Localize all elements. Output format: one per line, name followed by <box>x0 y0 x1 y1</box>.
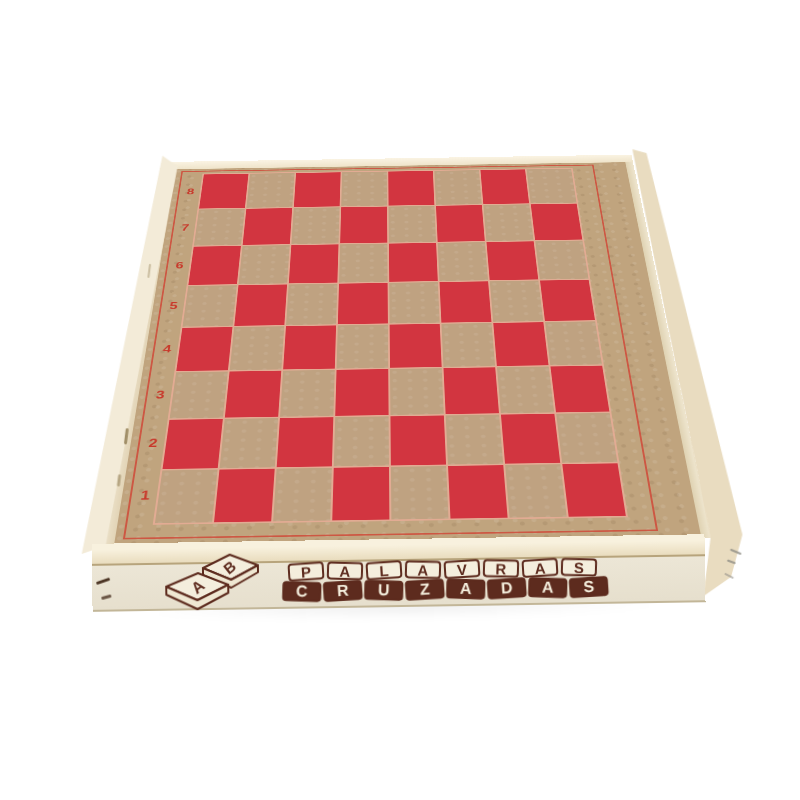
square-e8 <box>388 171 434 206</box>
square-d5 <box>338 283 388 324</box>
letter-tile-r: R <box>483 559 519 578</box>
square-d1 <box>332 467 389 520</box>
square-g5 <box>490 281 543 322</box>
square-h6 <box>535 241 588 280</box>
letter-tile-r: R <box>323 580 363 603</box>
square-h8 <box>527 169 577 204</box>
pencil-mark <box>724 573 734 579</box>
square-c3 <box>280 370 335 417</box>
square-g8 <box>480 169 529 204</box>
square-a1 <box>155 470 218 524</box>
square-b3 <box>225 371 281 418</box>
square-a7 <box>194 209 245 246</box>
square-c2 <box>277 417 334 467</box>
square-d8 <box>341 172 387 207</box>
board-grid <box>155 169 626 524</box>
square-h4 <box>545 321 602 365</box>
square-h7 <box>531 204 582 241</box>
box-front: B A PALAVRAS CRUZADAS <box>92 534 706 610</box>
square-d3 <box>335 369 388 416</box>
letter-tile-s: S <box>569 576 609 599</box>
square-b1 <box>214 469 275 523</box>
square-f7 <box>436 205 485 242</box>
square-g6 <box>486 241 538 280</box>
square-e4 <box>390 324 442 368</box>
square-e7 <box>389 206 436 243</box>
square-b8 <box>246 173 294 208</box>
box-title: PALAVRAS CRUZADAS <box>288 557 629 601</box>
square-h5 <box>540 280 595 321</box>
square-h1 <box>562 463 626 516</box>
square-f4 <box>441 323 495 367</box>
square-c4 <box>283 325 336 369</box>
pencil-mark <box>727 559 736 564</box>
square-e1 <box>391 466 449 519</box>
square-d2 <box>334 416 389 466</box>
corner-joint-mark <box>96 578 110 585</box>
letter-tile-l: L <box>365 560 402 580</box>
letter-tile-d: D <box>487 577 527 600</box>
letter-tile-a: A <box>521 558 558 578</box>
square-c7 <box>291 207 339 244</box>
square-f5 <box>440 281 492 322</box>
pencil-mark <box>730 548 742 555</box>
letter-tile-v: V <box>443 559 480 579</box>
square-e3 <box>390 368 444 415</box>
square-e5 <box>389 282 439 323</box>
box-lid: 87654321 <box>94 155 712 548</box>
square-c8 <box>294 172 341 207</box>
square-b4 <box>230 326 285 370</box>
square-f6 <box>438 242 488 281</box>
square-f8 <box>434 170 481 205</box>
square-g1 <box>505 464 567 517</box>
square-c6 <box>289 244 339 283</box>
square-e2 <box>390 415 446 465</box>
square-a4 <box>176 327 232 371</box>
square-b5 <box>234 284 287 325</box>
square-a3 <box>170 372 228 419</box>
product-photo: 87654321 B <box>0 0 800 800</box>
letter-tile-s: S <box>561 558 597 577</box>
letter-tile-c: C <box>282 581 322 602</box>
letter-tile-p: P <box>287 561 324 581</box>
square-h2 <box>556 413 617 463</box>
square-c1 <box>273 468 332 522</box>
square-b6 <box>239 245 290 284</box>
corner-joint-mark <box>101 594 111 599</box>
square-f3 <box>443 367 498 414</box>
square-a2 <box>163 419 223 469</box>
square-f1 <box>448 465 508 518</box>
letter-tile-u: U <box>364 580 404 601</box>
letter-tile-a: A <box>327 561 363 580</box>
square-d4 <box>337 325 389 369</box>
square-g2 <box>501 414 560 464</box>
square-a6 <box>188 246 241 285</box>
square-f2 <box>446 415 503 465</box>
game-box: 87654321 B <box>0 0 800 800</box>
letter-tiles-logo: B A <box>154 549 273 615</box>
square-g4 <box>493 322 548 366</box>
square-g3 <box>497 366 554 413</box>
letter-tile-a: A <box>528 577 568 598</box>
square-d7 <box>340 207 387 244</box>
square-d6 <box>339 244 388 283</box>
word-row-2: CRUZADAS <box>282 577 608 602</box>
front-panel: B A PALAVRAS CRUZADAS <box>92 556 706 612</box>
letter-tile-z: Z <box>405 578 445 601</box>
square-e6 <box>389 243 438 282</box>
square-b2 <box>220 418 278 468</box>
checkers-board: 87654321 <box>114 162 702 547</box>
letter-tile-a: A <box>405 560 441 579</box>
square-g7 <box>483 204 533 241</box>
square-c5 <box>286 284 337 325</box>
square-a5 <box>183 285 237 326</box>
letter-tile-a: A <box>446 578 486 599</box>
square-b7 <box>243 208 293 245</box>
square-h3 <box>550 366 609 413</box>
square-a8 <box>199 174 248 209</box>
